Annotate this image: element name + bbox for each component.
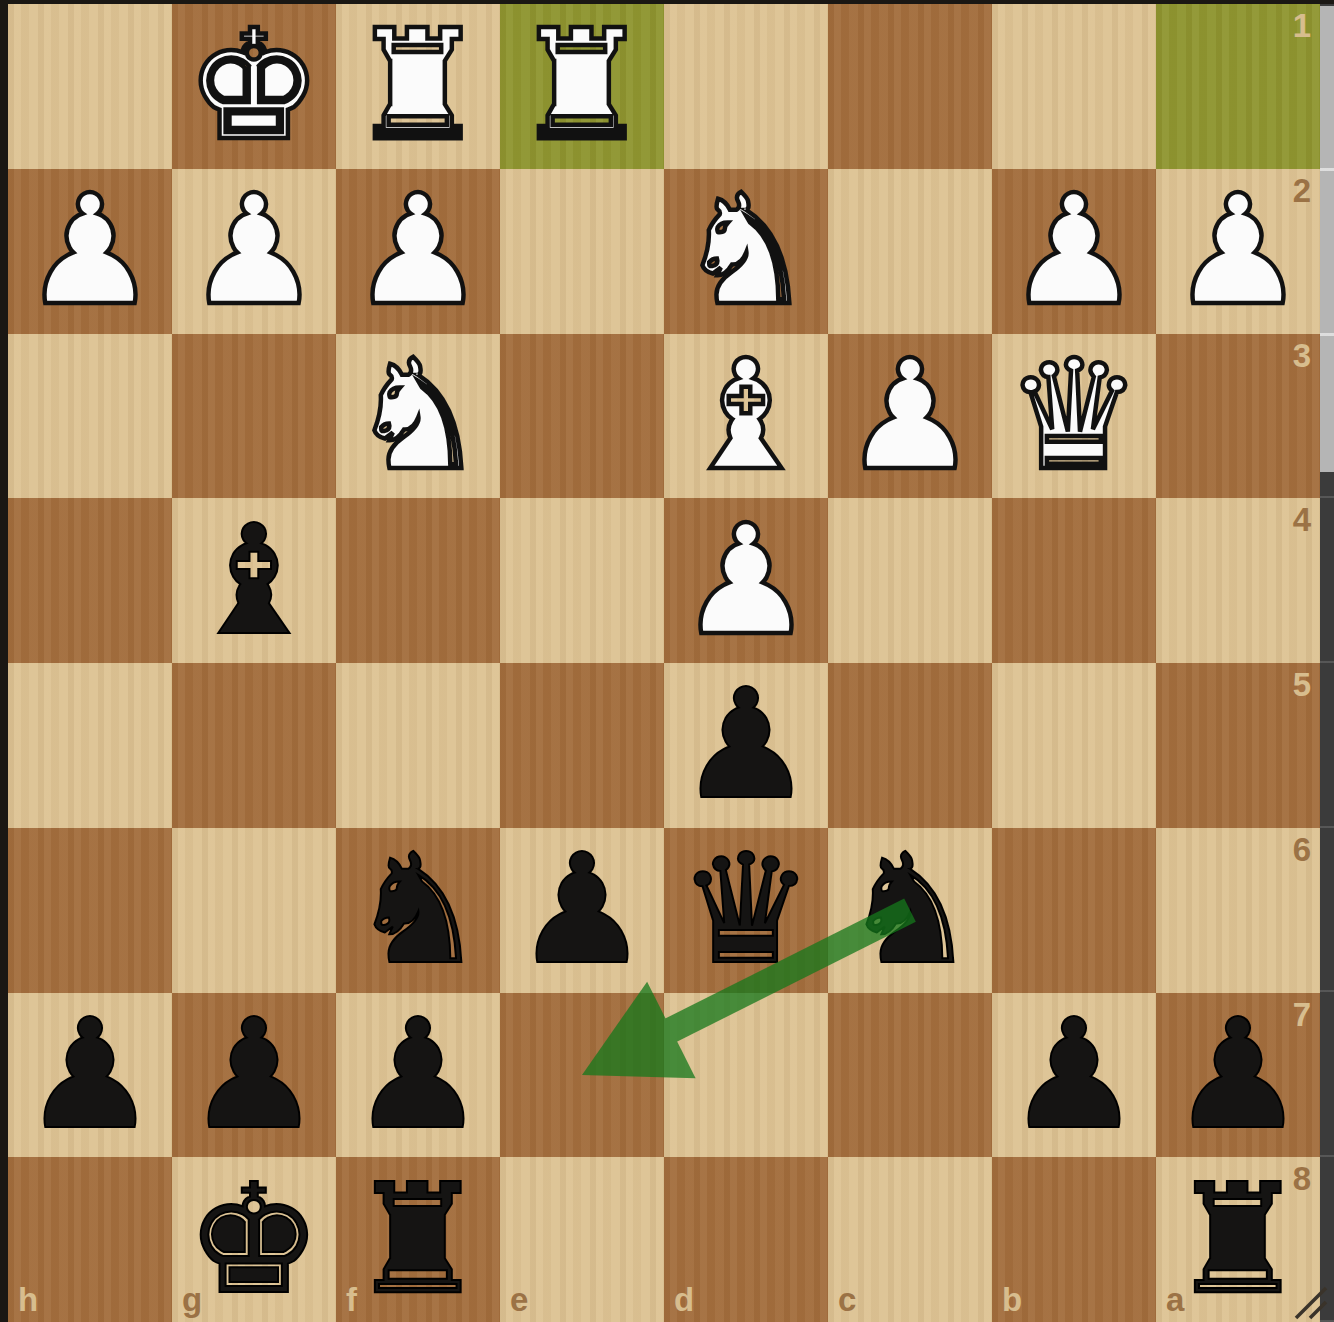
square-d7[interactable] (664, 993, 828, 1158)
black-knight[interactable]: ♞ (336, 828, 500, 993)
square-a5[interactable]: 5 (1156, 663, 1320, 828)
black-pawn[interactable]: ♟ (664, 663, 828, 828)
square-g2[interactable]: ♟ (172, 169, 336, 334)
file-label-e: e (510, 1281, 528, 1319)
square-e3[interactable] (500, 334, 664, 499)
square-a6[interactable]: 6 (1156, 828, 1320, 993)
square-f7[interactable]: ♟ (336, 993, 500, 1158)
square-b3[interactable]: ♛ (992, 334, 1156, 499)
file-label-d: d (674, 1281, 694, 1319)
black-pawn[interactable]: ♟ (992, 993, 1156, 1158)
square-e1[interactable]: ♜ (500, 4, 664, 169)
black-king[interactable]: ♚ (172, 1157, 336, 1322)
square-a1[interactable]: 1 (1156, 4, 1320, 169)
square-h1[interactable] (8, 4, 172, 169)
square-c8[interactable]: c (828, 1157, 992, 1322)
square-g1[interactable]: ♚ (172, 4, 336, 169)
square-g5[interactable] (172, 663, 336, 828)
white-pawn[interactable]: ♟ (664, 498, 828, 663)
white-pawn[interactable]: ♟ (8, 169, 172, 334)
square-h7[interactable]: ♟ (8, 993, 172, 1158)
square-h8[interactable]: h (8, 1157, 172, 1322)
square-g3[interactable] (172, 334, 336, 499)
scrollbar-track[interactable] (1320, 4, 1334, 1322)
square-f5[interactable] (336, 663, 500, 828)
white-pawn[interactable]: ♟ (172, 169, 336, 334)
square-e5[interactable] (500, 663, 664, 828)
black-pawn[interactable]: ♟ (8, 993, 172, 1158)
file-label-b: b (1002, 1281, 1022, 1319)
square-h6[interactable] (8, 828, 172, 993)
square-e6[interactable]: ♟ (500, 828, 664, 993)
black-bishop[interactable]: ♝ (172, 498, 336, 663)
square-g6[interactable] (172, 828, 336, 993)
square-h5[interactable] (8, 663, 172, 828)
square-d2[interactable]: ♞ (664, 169, 828, 334)
square-a3[interactable]: 3 (1156, 334, 1320, 499)
square-b1[interactable] (992, 4, 1156, 169)
file-label-c: c (838, 1281, 856, 1319)
square-d1[interactable] (664, 4, 828, 169)
black-queen[interactable]: ♛ (664, 828, 828, 993)
page-root: ♚♜♜1♟♟♟♞♟♟2♞♝♟♛3♝♟4♟5♞♟♛♞6♟♟♟♟♟7h♚g♜fedc… (0, 0, 1334, 1322)
board-resize-handle[interactable] (1288, 1280, 1330, 1320)
square-f3[interactable]: ♞ (336, 334, 500, 499)
white-pawn[interactable]: ♟ (336, 169, 500, 334)
square-h2[interactable]: ♟ (8, 169, 172, 334)
square-d6[interactable]: ♛ (664, 828, 828, 993)
rank-label-5: 5 (1293, 666, 1311, 704)
square-b6[interactable] (992, 828, 1156, 993)
square-c1[interactable] (828, 4, 992, 169)
white-knight[interactable]: ♞ (336, 334, 500, 499)
chess-board: ♚♜♜1♟♟♟♞♟♟2♞♝♟♛3♝♟4♟5♞♟♛♞6♟♟♟♟♟7h♚g♜fedc… (8, 4, 1320, 1322)
square-e8[interactable]: e (500, 1157, 664, 1322)
square-d5[interactable]: ♟ (664, 663, 828, 828)
square-f8[interactable]: ♜f (336, 1157, 500, 1322)
white-pawn[interactable]: ♟ (992, 169, 1156, 334)
square-f6[interactable]: ♞ (336, 828, 500, 993)
black-pawn[interactable]: ♟ (1156, 993, 1320, 1158)
white-knight[interactable]: ♞ (664, 169, 828, 334)
rank-label-4: 4 (1293, 501, 1311, 539)
white-rook[interactable]: ♜ (500, 4, 664, 169)
scrollbar-thumb[interactable] (1320, 6, 1334, 472)
square-c4[interactable] (828, 498, 992, 663)
black-pawn[interactable]: ♟ (172, 993, 336, 1158)
square-g7[interactable]: ♟ (172, 993, 336, 1158)
black-pawn[interactable]: ♟ (500, 828, 664, 993)
square-e2[interactable] (500, 169, 664, 334)
square-b7[interactable]: ♟ (992, 993, 1156, 1158)
square-b2[interactable]: ♟ (992, 169, 1156, 334)
square-f4[interactable] (336, 498, 500, 663)
square-g4[interactable]: ♝ (172, 498, 336, 663)
square-a4[interactable]: 4 (1156, 498, 1320, 663)
white-king[interactable]: ♚ (172, 4, 336, 169)
file-label-h: h (18, 1281, 38, 1319)
square-c7[interactable] (828, 993, 992, 1158)
square-e4[interactable] (500, 498, 664, 663)
square-f2[interactable]: ♟ (336, 169, 500, 334)
square-c3[interactable]: ♟ (828, 334, 992, 499)
square-d4[interactable]: ♟ (664, 498, 828, 663)
square-d3[interactable]: ♝ (664, 334, 828, 499)
square-a7[interactable]: ♟7 (1156, 993, 1320, 1158)
white-rook[interactable]: ♜ (336, 4, 500, 169)
square-h3[interactable] (8, 334, 172, 499)
square-c6[interactable]: ♞ (828, 828, 992, 993)
square-d8[interactable]: d (664, 1157, 828, 1322)
square-b5[interactable] (992, 663, 1156, 828)
square-g8[interactable]: ♚g (172, 1157, 336, 1322)
square-c2[interactable] (828, 169, 992, 334)
rank-label-6: 6 (1293, 831, 1311, 869)
square-e7[interactable] (500, 993, 664, 1158)
white-pawn[interactable]: ♟ (1156, 169, 1320, 334)
square-f1[interactable]: ♜ (336, 4, 500, 169)
black-rook[interactable]: ♜ (336, 1157, 500, 1322)
white-bishop[interactable]: ♝ (664, 334, 828, 499)
black-knight[interactable]: ♞ (828, 828, 992, 993)
rank-label-3: 3 (1293, 337, 1311, 375)
white-pawn[interactable]: ♟ (828, 334, 992, 499)
black-pawn[interactable]: ♟ (336, 993, 500, 1158)
square-h4[interactable] (8, 498, 172, 663)
square-a2[interactable]: ♟2 (1156, 169, 1320, 334)
square-b8[interactable]: b (992, 1157, 1156, 1322)
square-c5[interactable] (828, 663, 992, 828)
white-queen[interactable]: ♛ (992, 334, 1156, 499)
square-b4[interactable] (992, 498, 1156, 663)
rank-label-1: 1 (1293, 7, 1311, 45)
